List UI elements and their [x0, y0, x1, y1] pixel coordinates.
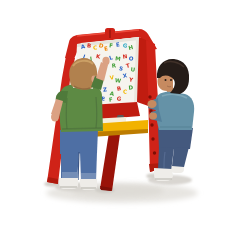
magnet-letter: U [131, 66, 136, 72]
leg-hole [150, 123, 153, 126]
girl-eye-left [165, 79, 167, 81]
boy-shirt-hem [62, 128, 102, 129]
girl-eye-right [170, 79, 172, 81]
magnet-letter: W [115, 77, 122, 84]
boy-raised-hand [102, 57, 109, 65]
girl-hand-upper [147, 100, 156, 108]
magnet-letter: M [115, 55, 121, 62]
easel-scene: ABCDEFEGHIJKLMNOPQRSTUVWXYZABCDEFG [0, 0, 235, 235]
girl-jeans-hips [158, 128, 193, 149]
girl-top [156, 92, 195, 130]
boy-jeans-hips [60, 129, 98, 154]
boy-jeans-cuff-left [62, 172, 78, 178]
girl-hand-lower [149, 113, 157, 120]
leg-hole [153, 151, 156, 154]
product-photo: ABCDEFEGHIJKLMNOPQRSTUVWXYZABCDEFG [0, 0, 235, 235]
magnet-letter: B [87, 42, 92, 49]
leg-hole [151, 137, 154, 140]
leg-hole [148, 95, 151, 98]
magnet-letter: C [93, 44, 98, 50]
girl-jeans-back-leg [172, 147, 189, 167]
magnet-letter: C [123, 88, 128, 95]
boy-jeans-cuff-right [81, 173, 96, 179]
magnet-letter: Z [103, 86, 108, 93]
boy-right-hand [51, 113, 59, 122]
